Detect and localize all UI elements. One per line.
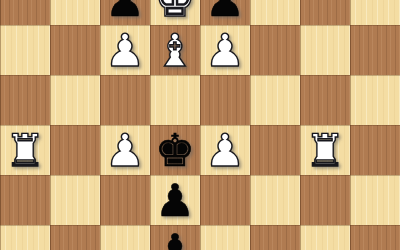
square-g5[interactable]: [300, 75, 350, 125]
black-pawn[interactable]: ♟: [200, 0, 250, 25]
square-a6[interactable]: [0, 25, 50, 75]
square-f3[interactable]: [250, 175, 300, 225]
chess-board-viewport: ♟♚♟♟♝♟♜♟♚♟♜♟♟: [0, 0, 400, 250]
white-pawn[interactable]: ♟: [200, 125, 250, 175]
square-e7[interactable]: ♟: [200, 0, 250, 25]
square-a2[interactable]: [0, 225, 50, 250]
white-pawn[interactable]: ♟: [100, 25, 150, 75]
square-c7[interactable]: ♟: [100, 0, 150, 25]
square-d7[interactable]: ♚: [150, 0, 200, 25]
square-a3[interactable]: [0, 175, 50, 225]
square-g2[interactable]: [300, 225, 350, 250]
square-e5[interactable]: [200, 75, 250, 125]
square-d6[interactable]: ♝: [150, 25, 200, 75]
white-rook[interactable]: ♜: [300, 125, 350, 175]
square-c2[interactable]: [100, 225, 150, 250]
square-f6[interactable]: [250, 25, 300, 75]
square-e3[interactable]: [200, 175, 250, 225]
square-b6[interactable]: [50, 25, 100, 75]
chess-board: ♟♚♟♟♝♟♜♟♚♟♜♟♟: [0, 0, 400, 250]
black-pawn[interactable]: ♟: [100, 0, 150, 25]
square-d3[interactable]: ♟: [150, 175, 200, 225]
square-a4[interactable]: ♜: [0, 125, 50, 175]
square-g6[interactable]: [300, 25, 350, 75]
square-b7[interactable]: [50, 0, 100, 25]
black-pawn[interactable]: ♟: [150, 175, 200, 225]
square-h3[interactable]: [350, 175, 400, 225]
square-e4[interactable]: ♟: [200, 125, 250, 175]
square-e6[interactable]: ♟: [200, 25, 250, 75]
square-h6[interactable]: [350, 25, 400, 75]
square-f7[interactable]: [250, 0, 300, 25]
white-pawn[interactable]: ♟: [100, 125, 150, 175]
square-f2[interactable]: [250, 225, 300, 250]
square-d5[interactable]: [150, 75, 200, 125]
square-c4[interactable]: ♟: [100, 125, 150, 175]
white-king[interactable]: ♚: [150, 0, 200, 25]
square-g4[interactable]: ♜: [300, 125, 350, 175]
square-g3[interactable]: [300, 175, 350, 225]
square-h7[interactable]: [350, 0, 400, 25]
white-pawn[interactable]: ♟: [200, 25, 250, 75]
white-rook[interactable]: ♜: [0, 125, 50, 175]
square-h4[interactable]: [350, 125, 400, 175]
square-a5[interactable]: [0, 75, 50, 125]
square-h5[interactable]: [350, 75, 400, 125]
square-g7[interactable]: [300, 0, 350, 25]
square-c3[interactable]: [100, 175, 150, 225]
white-bishop[interactable]: ♝: [150, 25, 200, 75]
square-c6[interactable]: ♟: [100, 25, 150, 75]
square-b4[interactable]: [50, 125, 100, 175]
square-f4[interactable]: [250, 125, 300, 175]
black-king[interactable]: ♚: [150, 125, 200, 175]
square-b2[interactable]: [50, 225, 100, 250]
square-d2[interactable]: ♟: [150, 225, 200, 250]
square-d4[interactable]: ♚: [150, 125, 200, 175]
square-b3[interactable]: [50, 175, 100, 225]
square-c5[interactable]: [100, 75, 150, 125]
square-b5[interactable]: [50, 75, 100, 125]
black-pawn[interactable]: ♟: [150, 225, 200, 250]
square-h2[interactable]: [350, 225, 400, 250]
square-e2[interactable]: [200, 225, 250, 250]
square-a7[interactable]: [0, 0, 50, 25]
square-f5[interactable]: [250, 75, 300, 125]
